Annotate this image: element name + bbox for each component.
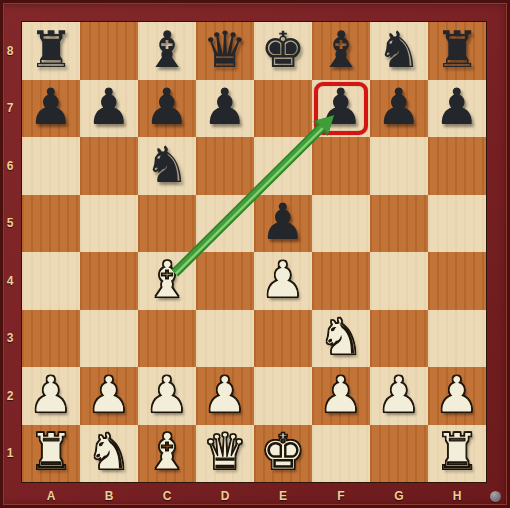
square-g4[interactable]	[370, 252, 428, 310]
piece-white-bishop-c4[interactable]: ♝	[145, 255, 190, 305]
rank-label-6: 6	[2, 159, 18, 173]
rank-label-1: 1	[2, 446, 18, 460]
file-label-D: D	[215, 489, 235, 503]
piece-black-pawn-d7[interactable]: ♟	[203, 82, 248, 132]
square-b8[interactable]	[80, 22, 138, 80]
piece-black-pawn-e5[interactable]: ♟	[261, 197, 306, 247]
square-g5[interactable]	[370, 195, 428, 253]
piece-white-rook-a1[interactable]: ♜	[29, 427, 74, 477]
piece-black-rook-h8[interactable]: ♜	[435, 25, 480, 75]
square-c4[interactable]: ♝	[138, 252, 196, 310]
square-a7[interactable]: ♟	[22, 80, 80, 138]
piece-black-bishop-f8[interactable]: ♝	[319, 25, 364, 75]
square-e5[interactable]: ♟	[254, 195, 312, 253]
square-f8[interactable]: ♝	[312, 22, 370, 80]
square-h5[interactable]	[428, 195, 486, 253]
file-label-C: C	[157, 489, 177, 503]
square-b2[interactable]: ♟	[80, 367, 138, 425]
rank-label-7: 7	[2, 101, 18, 115]
piece-white-pawn-a2[interactable]: ♟	[29, 370, 74, 420]
piece-white-rook-h1[interactable]: ♜	[435, 427, 480, 477]
piece-white-pawn-e4[interactable]: ♟	[261, 255, 306, 305]
square-h8[interactable]: ♜	[428, 22, 486, 80]
square-h2[interactable]: ♟	[428, 367, 486, 425]
square-b5[interactable]	[80, 195, 138, 253]
piece-black-pawn-a7[interactable]: ♟	[29, 82, 74, 132]
piece-black-pawn-b7[interactable]: ♟	[87, 82, 132, 132]
square-c3[interactable]	[138, 310, 196, 368]
square-c2[interactable]: ♟	[138, 367, 196, 425]
square-e4[interactable]: ♟	[254, 252, 312, 310]
square-b3[interactable]	[80, 310, 138, 368]
square-e1[interactable]: ♚	[254, 425, 312, 483]
chess-board: ♜♝♛♚♝♞♜♟♟♟♟♟♟♟♞♟♝♟♞♟♟♟♟♟♟♟♜♞♝♛♚♜	[21, 21, 487, 483]
square-h1[interactable]: ♜	[428, 425, 486, 483]
square-b1[interactable]: ♞	[80, 425, 138, 483]
square-e2[interactable]	[254, 367, 312, 425]
square-h3[interactable]	[428, 310, 486, 368]
square-g6[interactable]	[370, 137, 428, 195]
square-c7[interactable]: ♟	[138, 80, 196, 138]
piece-white-knight-f3[interactable]: ♞	[319, 312, 364, 362]
square-b4[interactable]	[80, 252, 138, 310]
square-a4[interactable]	[22, 252, 80, 310]
square-f2[interactable]: ♟	[312, 367, 370, 425]
square-c8[interactable]: ♝	[138, 22, 196, 80]
square-g3[interactable]	[370, 310, 428, 368]
square-d8[interactable]: ♛	[196, 22, 254, 80]
file-label-E: E	[273, 489, 293, 503]
rank-label-2: 2	[2, 389, 18, 403]
square-g7[interactable]: ♟	[370, 80, 428, 138]
file-label-F: F	[331, 489, 351, 503]
square-a1[interactable]: ♜	[22, 425, 80, 483]
square-g8[interactable]: ♞	[370, 22, 428, 80]
piece-black-knight-g8[interactable]: ♞	[377, 25, 422, 75]
file-label-A: A	[41, 489, 61, 503]
piece-white-pawn-b2[interactable]: ♟	[87, 370, 132, 420]
piece-black-pawn-c7[interactable]: ♟	[145, 82, 190, 132]
square-c6[interactable]: ♞	[138, 137, 196, 195]
piece-white-king-e1[interactable]: ♚	[261, 427, 306, 477]
square-f7[interactable]: ♟	[312, 80, 370, 138]
square-e3[interactable]	[254, 310, 312, 368]
piece-black-bishop-c8[interactable]: ♝	[145, 25, 190, 75]
square-h6[interactable]	[428, 137, 486, 195]
file-label-G: G	[389, 489, 409, 503]
square-d3[interactable]	[196, 310, 254, 368]
square-a3[interactable]	[22, 310, 80, 368]
square-b6[interactable]	[80, 137, 138, 195]
square-b7[interactable]: ♟	[80, 80, 138, 138]
piece-white-knight-b1[interactable]: ♞	[87, 427, 132, 477]
square-f6[interactable]	[312, 137, 370, 195]
corner-screw-icon	[490, 491, 501, 502]
square-g2[interactable]: ♟	[370, 367, 428, 425]
square-e7[interactable]	[254, 80, 312, 138]
square-a8[interactable]: ♜	[22, 22, 80, 80]
square-e6[interactable]	[254, 137, 312, 195]
rank-label-4: 4	[2, 274, 18, 288]
square-c1[interactable]: ♝	[138, 425, 196, 483]
piece-black-rook-a8[interactable]: ♜	[29, 25, 74, 75]
square-f4[interactable]	[312, 252, 370, 310]
piece-white-bishop-c1[interactable]: ♝	[145, 427, 190, 477]
piece-black-queen-d8[interactable]: ♛	[203, 25, 248, 75]
piece-white-queen-d1[interactable]: ♛	[203, 427, 248, 477]
piece-white-pawn-g2[interactable]: ♟	[377, 370, 422, 420]
square-d2[interactable]: ♟	[196, 367, 254, 425]
square-h7[interactable]: ♟	[428, 80, 486, 138]
chess-board-window: ♜♝♛♚♝♞♜♟♟♟♟♟♟♟♞♟♝♟♞♟♟♟♟♟♟♟♜♞♝♛♚♜ 8765432…	[0, 0, 510, 508]
square-d7[interactable]: ♟	[196, 80, 254, 138]
square-d6[interactable]	[196, 137, 254, 195]
file-label-H: H	[447, 489, 467, 503]
square-g1[interactable]	[370, 425, 428, 483]
square-d1[interactable]: ♛	[196, 425, 254, 483]
square-a2[interactable]: ♟	[22, 367, 80, 425]
square-a6[interactable]	[22, 137, 80, 195]
piece-white-pawn-f2[interactable]: ♟	[319, 370, 364, 420]
square-d5[interactable]	[196, 195, 254, 253]
piece-black-pawn-g7[interactable]: ♟	[377, 82, 422, 132]
square-f3[interactable]: ♞	[312, 310, 370, 368]
square-d4[interactable]	[196, 252, 254, 310]
piece-black-pawn-f7[interactable]: ♟	[319, 82, 364, 132]
rank-label-3: 3	[2, 331, 18, 345]
file-label-B: B	[99, 489, 119, 503]
square-f1[interactable]	[312, 425, 370, 483]
square-a5[interactable]	[22, 195, 80, 253]
piece-black-pawn-h7[interactable]: ♟	[435, 82, 480, 132]
square-f5[interactable]	[312, 195, 370, 253]
square-e8[interactable]: ♚	[254, 22, 312, 80]
piece-white-pawn-c2[interactable]: ♟	[145, 370, 190, 420]
piece-white-pawn-d2[interactable]: ♟	[203, 370, 248, 420]
square-c5[interactable]	[138, 195, 196, 253]
square-h4[interactable]	[428, 252, 486, 310]
piece-black-knight-c6[interactable]: ♞	[145, 140, 190, 190]
rank-label-5: 5	[2, 216, 18, 230]
rank-label-8: 8	[2, 44, 18, 58]
piece-black-king-e8[interactable]: ♚	[261, 25, 306, 75]
piece-white-pawn-h2[interactable]: ♟	[435, 370, 480, 420]
